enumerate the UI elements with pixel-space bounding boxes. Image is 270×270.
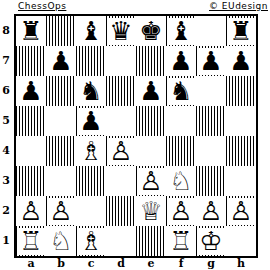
square-f3[interactable]: ♘ [166, 166, 196, 196]
file-label-g: g [196, 257, 226, 270]
square-d7[interactable] [106, 46, 136, 76]
piece-black-queen[interactable]: ♛ [108, 18, 134, 45]
file-labels: abcdefgh [16, 257, 256, 270]
square-f7[interactable]: ♟ [166, 46, 196, 76]
square-d4[interactable]: ♙ [106, 136, 136, 166]
piece-white-bishop[interactable]: ♗ [78, 228, 104, 255]
square-h5[interactable] [226, 106, 256, 136]
piece-black-bishop[interactable]: ♝ [168, 18, 194, 45]
square-a1[interactable]: ♖ [16, 226, 46, 256]
square-h3[interactable] [226, 166, 256, 196]
piece-black-pawn[interactable]: ♟ [168, 48, 194, 75]
square-a4[interactable] [16, 136, 46, 166]
square-b8[interactable] [46, 16, 76, 46]
file-label-c: c [76, 257, 106, 270]
piece-white-pawn[interactable]: ♙ [198, 198, 224, 225]
square-a8[interactable]: ♜ [16, 16, 46, 46]
square-a6[interactable]: ♟ [16, 76, 46, 106]
piece-white-knight[interactable]: ♘ [48, 228, 74, 255]
square-e1[interactable] [136, 226, 166, 256]
piece-black-knight[interactable]: ♞ [78, 78, 104, 105]
square-b2[interactable]: ♙ [46, 196, 76, 226]
chessops-window: ChessOps © EUdesign ♜♝♛♚♝♜♟♟♟♟♟♞♟♞♟♗♙♙♘♙… [0, 0, 270, 270]
square-f1[interactable]: ♖ [166, 226, 196, 256]
square-a2[interactable]: ♙ [16, 196, 46, 226]
square-a3[interactable] [16, 166, 46, 196]
credit-link[interactable]: © EUdesign [209, 1, 268, 12]
rank-label-4: 4 [0, 136, 12, 166]
square-e7[interactable] [136, 46, 166, 76]
rank-labels: 87654321 [0, 16, 13, 256]
square-h8[interactable]: ♜ [226, 16, 256, 46]
piece-black-pawn[interactable]: ♟ [78, 108, 104, 135]
square-c5[interactable]: ♟ [76, 106, 106, 136]
square-a5[interactable] [16, 106, 46, 136]
square-f5[interactable] [166, 106, 196, 136]
square-f8[interactable]: ♝ [166, 16, 196, 46]
rank-label-8: 8 [0, 16, 12, 46]
piece-black-knight[interactable]: ♞ [168, 78, 194, 105]
square-h4[interactable] [226, 136, 256, 166]
square-g8[interactable] [196, 16, 226, 46]
square-f4[interactable] [166, 136, 196, 166]
square-c2[interactable] [76, 196, 106, 226]
piece-white-pawn[interactable]: ♙ [108, 138, 134, 165]
square-h7[interactable]: ♟ [226, 46, 256, 76]
square-b5[interactable] [46, 106, 76, 136]
square-e2[interactable]: ♕ [136, 196, 166, 226]
rank-label-7: 7 [0, 46, 12, 76]
square-c4[interactable]: ♗ [76, 136, 106, 166]
square-b4[interactable] [46, 136, 76, 166]
square-e5[interactable] [136, 106, 166, 136]
square-d1[interactable] [106, 226, 136, 256]
piece-black-pawn[interactable]: ♟ [138, 78, 164, 105]
piece-white-queen[interactable]: ♕ [138, 198, 164, 225]
square-h2[interactable]: ♙ [226, 196, 256, 226]
square-f2[interactable]: ♙ [166, 196, 196, 226]
square-h1[interactable] [226, 226, 256, 256]
piece-black-pawn[interactable]: ♟ [228, 48, 254, 75]
file-label-a: a [16, 257, 46, 270]
square-c6[interactable]: ♞ [76, 76, 106, 106]
piece-black-pawn[interactable]: ♟ [198, 48, 224, 75]
square-d2[interactable] [106, 196, 136, 226]
square-h6[interactable] [226, 76, 256, 106]
square-g7[interactable]: ♟ [196, 46, 226, 76]
square-d6[interactable] [106, 76, 136, 106]
square-g5[interactable] [196, 106, 226, 136]
square-b3[interactable] [46, 166, 76, 196]
square-e3[interactable]: ♙ [136, 166, 166, 196]
square-g4[interactable] [196, 136, 226, 166]
square-a7[interactable] [16, 46, 46, 76]
square-g2[interactable]: ♙ [196, 196, 226, 226]
square-c3[interactable] [76, 166, 106, 196]
square-c8[interactable]: ♝ [76, 16, 106, 46]
piece-white-pawn[interactable]: ♙ [168, 198, 194, 225]
rank-label-5: 5 [0, 106, 12, 136]
piece-black-pawn[interactable]: ♟ [48, 48, 74, 75]
app-title-link[interactable]: ChessOps [18, 1, 66, 12]
square-f6[interactable]: ♞ [166, 76, 196, 106]
piece-white-rook[interactable]: ♖ [168, 228, 194, 255]
piece-white-pawn[interactable]: ♙ [138, 168, 164, 195]
square-b7[interactable]: ♟ [46, 46, 76, 76]
square-c7[interactable] [76, 46, 106, 76]
square-e8[interactable]: ♚ [136, 16, 166, 46]
file-label-d: d [106, 257, 136, 270]
piece-white-bishop[interactable]: ♗ [78, 138, 104, 165]
piece-white-king[interactable]: ♔ [198, 228, 224, 255]
piece-black-bishop[interactable]: ♝ [78, 18, 104, 45]
square-d8[interactable]: ♛ [106, 16, 136, 46]
file-label-h: h [226, 257, 256, 270]
rank-label-6: 6 [0, 76, 12, 106]
square-e4[interactable] [136, 136, 166, 166]
piece-black-pawn[interactable]: ♟ [18, 78, 44, 105]
file-label-e: e [136, 257, 166, 270]
piece-black-rook[interactable]: ♜ [228, 18, 254, 45]
rank-label-2: 2 [0, 196, 12, 226]
piece-white-knight[interactable]: ♘ [168, 168, 194, 195]
square-c1[interactable]: ♗ [76, 226, 106, 256]
piece-black-king[interactable]: ♚ [138, 18, 164, 45]
piece-white-pawn[interactable]: ♙ [18, 198, 44, 225]
piece-white-rook[interactable]: ♖ [18, 228, 44, 255]
rank-label-1: 1 [0, 226, 12, 256]
square-b1[interactable]: ♘ [46, 226, 76, 256]
piece-black-rook[interactable]: ♜ [18, 18, 44, 45]
file-label-b: b [46, 257, 76, 270]
square-d3[interactable] [106, 166, 136, 196]
square-g3[interactable] [196, 166, 226, 196]
square-b6[interactable] [46, 76, 76, 106]
square-g1[interactable]: ♔ [196, 226, 226, 256]
rank-label-3: 3 [0, 166, 12, 196]
piece-white-pawn[interactable]: ♙ [228, 198, 254, 225]
square-e6[interactable]: ♟ [136, 76, 166, 106]
file-label-f: f [166, 257, 196, 270]
square-g6[interactable] [196, 76, 226, 106]
piece-white-pawn[interactable]: ♙ [48, 198, 74, 225]
chess-board: ♜♝♛♚♝♜♟♟♟♟♟♞♟♞♟♗♙♙♘♙♙♕♙♙♙♖♘♗♖♔ [14, 14, 258, 258]
square-d5[interactable] [106, 106, 136, 136]
